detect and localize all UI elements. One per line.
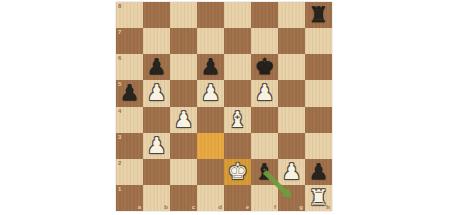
square-a4[interactable]: 4 [116,107,143,133]
square-b7[interactable] [143,28,170,54]
square-e4[interactable]: ♝ [224,107,251,133]
square-d1[interactable]: d [197,185,224,211]
square-h4[interactable] [305,107,332,133]
square-b2[interactable] [143,159,170,185]
file-label-f: f [274,203,276,211]
square-h6[interactable] [305,54,332,80]
square-h3[interactable] [305,133,332,159]
square-a7[interactable]: 7 [116,28,143,54]
square-d5[interactable]: ♟ [197,80,224,106]
square-c1[interactable]: c [170,185,197,211]
square-e3[interactable] [224,133,251,159]
rank-label-3: 3 [118,133,121,141]
square-d2[interactable] [197,159,224,185]
piece-white-pawn[interactable]: ♟ [143,133,170,159]
square-b1[interactable]: b [143,185,170,211]
square-g2[interactable]: ♟ [278,159,305,185]
piece-black-pawn[interactable]: ♟ [116,80,143,106]
square-f7[interactable] [251,28,278,54]
square-b4[interactable] [143,107,170,133]
piece-white-pawn[interactable]: ♟ [143,80,170,106]
piece-black-pawn[interactable]: ♟ [197,54,224,80]
square-c7[interactable] [170,28,197,54]
square-g4[interactable] [278,107,305,133]
square-h1[interactable]: h♜ [305,185,332,211]
square-g8[interactable] [278,2,305,28]
piece-white-bishop[interactable]: ♝ [224,107,251,133]
square-b6[interactable]: ♟ [143,54,170,80]
piece-black-pawn[interactable]: ♟ [305,159,332,185]
piece-white-pawn[interactable]: ♟ [251,80,278,106]
square-h2[interactable]: ♟ [305,159,332,185]
square-h7[interactable] [305,28,332,54]
square-c2[interactable] [170,159,197,185]
square-a8[interactable]: 8 [116,2,143,28]
square-f8[interactable] [251,2,278,28]
square-c4[interactable]: ♟ [170,107,197,133]
piece-black-rook[interactable]: ♜ [305,2,332,28]
square-f3[interactable] [251,133,278,159]
rank-label-6: 6 [118,54,121,62]
piece-white-king[interactable]: ♚ [224,159,251,185]
piece-white-pawn[interactable]: ♟ [170,107,197,133]
file-label-c: c [192,203,195,211]
piece-white-rook[interactable]: ♜ [305,185,332,211]
file-label-d: d [218,203,222,211]
file-label-a: a [138,203,141,211]
square-c8[interactable] [170,2,197,28]
piece-black-pawn[interactable]: ♟ [143,54,170,80]
square-f2[interactable]: ♝ [251,159,278,185]
square-h5[interactable] [305,80,332,106]
file-label-b: b [164,203,168,211]
square-d6[interactable]: ♟ [197,54,224,80]
file-label-g: g [299,203,303,211]
square-f1[interactable]: f [251,185,278,211]
rank-label-4: 4 [118,107,121,115]
square-g5[interactable] [278,80,305,106]
square-g1[interactable]: g [278,185,305,211]
square-d4[interactable] [197,107,224,133]
square-g7[interactable] [278,28,305,54]
file-label-e: e [246,203,249,211]
chess-board: 8♜76♟♟♚5♟♟♟♟4♟♝3♟2♚♝♟♟1abcdefgh♜ [116,2,332,211]
square-b3[interactable]: ♟ [143,133,170,159]
rank-label-2: 2 [118,159,121,167]
square-e6[interactable] [224,54,251,80]
square-c6[interactable] [170,54,197,80]
rank-label-8: 8 [118,2,121,10]
square-e1[interactable]: e [224,185,251,211]
square-b8[interactable] [143,2,170,28]
square-c3[interactable] [170,133,197,159]
square-g3[interactable] [278,133,305,159]
piece-white-pawn[interactable]: ♟ [197,80,224,106]
square-e8[interactable] [224,2,251,28]
square-h8[interactable]: ♜ [305,2,332,28]
square-a5[interactable]: 5♟ [116,80,143,106]
square-a1[interactable]: 1a [116,185,143,211]
piece-black-bishop[interactable]: ♝ [251,159,278,185]
square-a3[interactable]: 3 [116,133,143,159]
square-d3[interactable] [197,133,224,159]
square-b5[interactable]: ♟ [143,80,170,106]
screenshot-root: 8♜76♟♟♚5♟♟♟♟4♟♝3♟2♚♝♟♟1abcdefgh♜ [0,0,450,215]
rank-label-7: 7 [118,28,121,36]
square-f4[interactable] [251,107,278,133]
square-d7[interactable] [197,28,224,54]
piece-black-king[interactable]: ♚ [251,54,278,80]
square-e2[interactable]: ♚ [224,159,251,185]
piece-white-pawn[interactable]: ♟ [278,159,305,185]
square-e7[interactable] [224,28,251,54]
square-c5[interactable] [170,80,197,106]
square-a2[interactable]: 2 [116,159,143,185]
square-a6[interactable]: 6 [116,54,143,80]
square-e5[interactable] [224,80,251,106]
square-d8[interactable] [197,2,224,28]
rank-label-1: 1 [118,185,121,193]
square-f5[interactable]: ♟ [251,80,278,106]
square-g6[interactable] [278,54,305,80]
square-f6[interactable]: ♚ [251,54,278,80]
